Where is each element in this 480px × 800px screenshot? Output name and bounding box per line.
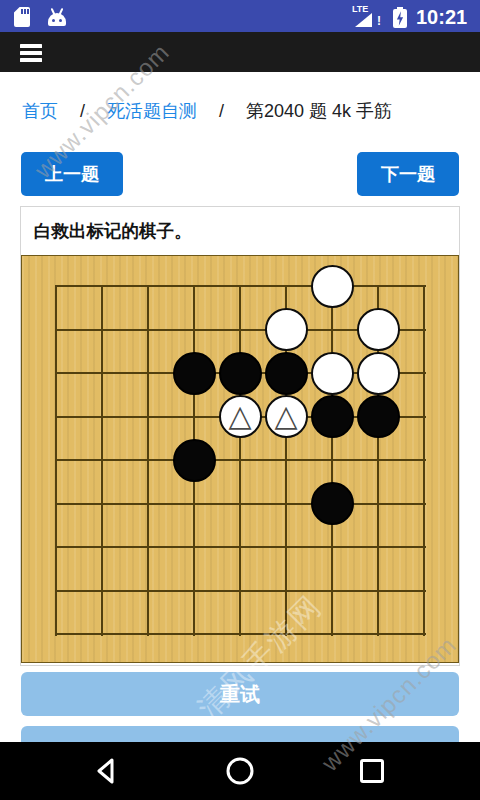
usb-debugging-android-icon xyxy=(48,8,66,27)
grid-line xyxy=(55,503,426,505)
black-stone xyxy=(311,395,354,438)
grid-line xyxy=(423,285,425,636)
white-stone xyxy=(357,352,400,395)
signal-alert-mark: ! xyxy=(377,14,381,28)
breadcrumb-home-link[interactable]: 首页 xyxy=(22,99,58,123)
go-board[interactable]: △△ 清风手游网 xyxy=(21,255,459,663)
white-stone-marked: △ xyxy=(219,395,262,438)
black-stone xyxy=(173,352,216,395)
white-stone xyxy=(311,352,354,395)
grid-line xyxy=(331,285,333,636)
black-stone xyxy=(219,352,262,395)
white-stone xyxy=(357,308,400,351)
breadcrumb-separator: / xyxy=(80,101,85,122)
signal-strength-icon xyxy=(355,13,372,27)
status-clock: 10:21 xyxy=(416,6,467,29)
retry-button[interactable]: 重试 xyxy=(21,672,459,716)
app-bar xyxy=(0,32,480,72)
black-stone xyxy=(265,352,308,395)
problem-panel: 白救出标记的棋子。 △△ 清风手游网 xyxy=(20,206,460,666)
back-icon[interactable] xyxy=(92,756,122,786)
triangle-mark-icon: △ xyxy=(221,397,260,436)
problem-instruction: 白救出标记的棋子。 xyxy=(21,207,459,243)
grid-line xyxy=(55,459,426,461)
grid-line xyxy=(55,546,426,548)
status-bar: LTE ! 10:21 xyxy=(0,0,480,32)
black-stone xyxy=(173,439,216,482)
grid-line xyxy=(55,633,426,635)
next-problem-button[interactable]: 下一题 xyxy=(357,152,459,196)
white-stone xyxy=(265,308,308,351)
android-navigation-bar xyxy=(0,742,480,800)
breadcrumb-category-link[interactable]: 死活题自测 xyxy=(107,99,197,123)
previous-problem-button[interactable]: 上一题 xyxy=(21,152,123,196)
home-icon[interactable] xyxy=(225,756,255,786)
breadcrumb: 首页 / 死活题自测 / 第2040 题 4k 手筋 xyxy=(22,99,462,123)
white-stone-marked: △ xyxy=(265,395,308,438)
grid-line xyxy=(55,590,426,592)
triangle-mark-icon: △ xyxy=(267,397,306,436)
recents-icon[interactable] xyxy=(357,756,387,786)
menu-hamburger-icon[interactable] xyxy=(20,44,42,61)
screen: { "game": "go", "status_bar": { "time": … xyxy=(0,0,480,800)
breadcrumb-separator: / xyxy=(219,101,224,122)
white-stone xyxy=(311,265,354,308)
sd-card-icon xyxy=(14,7,30,27)
battery-charging-icon xyxy=(393,9,407,28)
black-stone xyxy=(357,395,400,438)
black-stone xyxy=(311,482,354,525)
breadcrumb-current-problem: 第2040 题 4k 手筋 xyxy=(246,99,392,123)
